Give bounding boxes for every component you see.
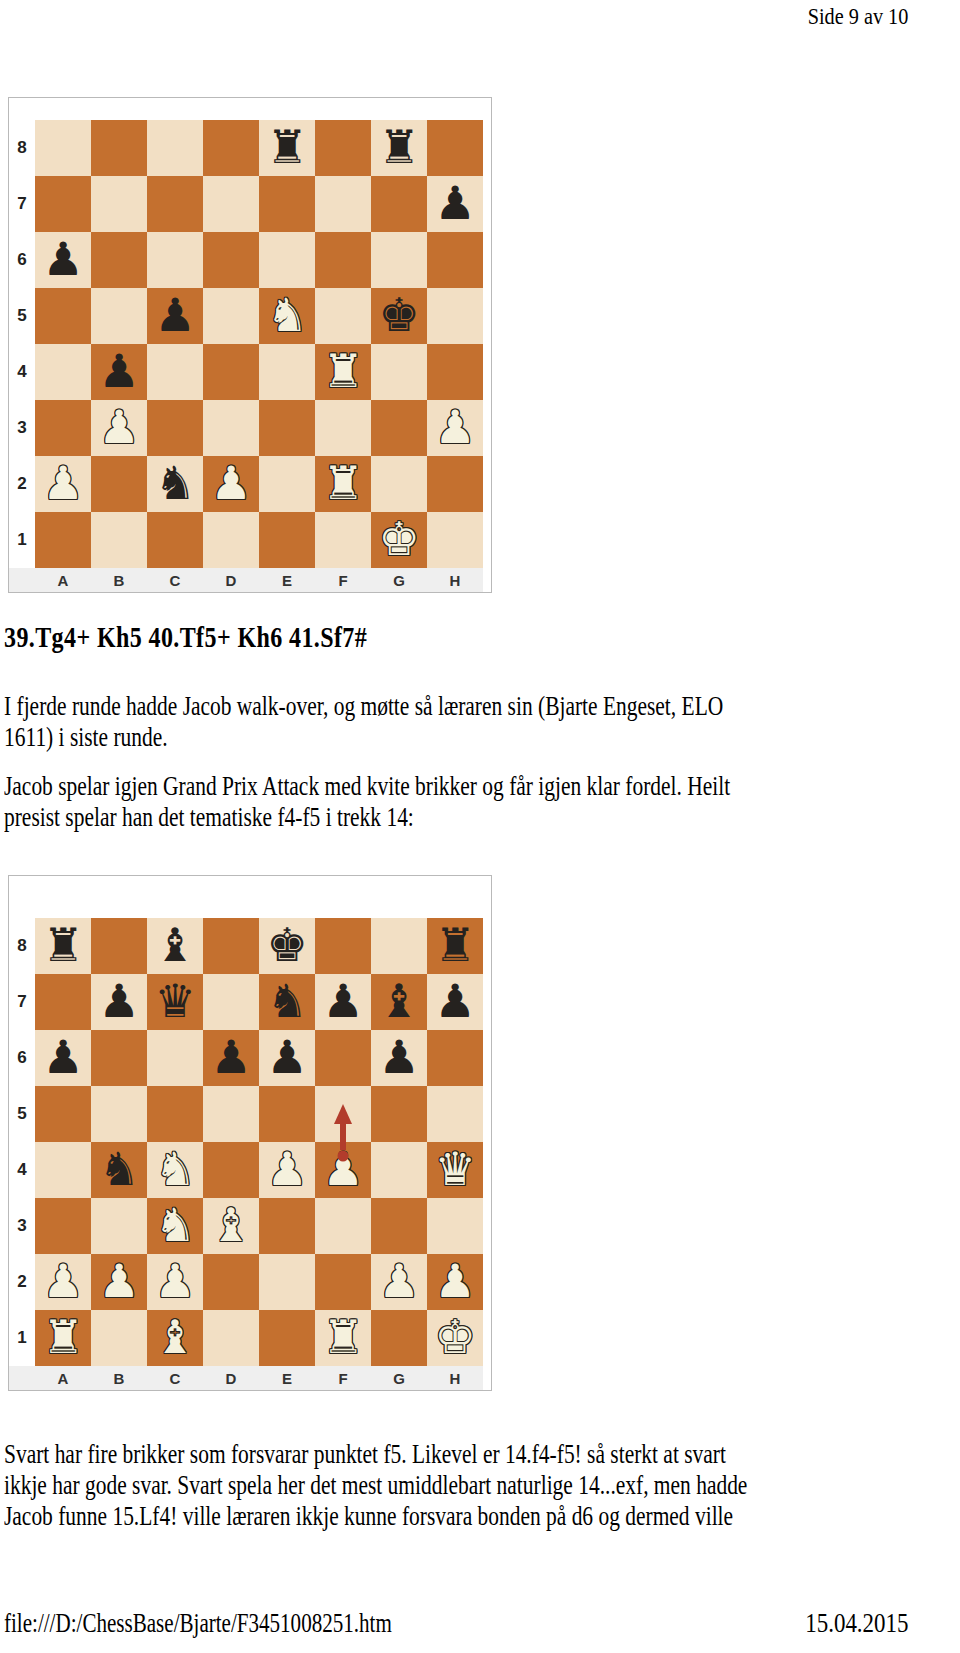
square-b2: [91, 456, 147, 512]
square-h3: ♟: [427, 400, 483, 456]
square-c1: ♝: [147, 1310, 203, 1366]
square-b2: ♟: [91, 1254, 147, 1310]
square-d1: [203, 512, 259, 568]
square-b5: [91, 1086, 147, 1142]
piece-black-queen-c7: ♛: [147, 974, 203, 1030]
file-label-E: E: [259, 1366, 315, 1390]
square-f3: [315, 400, 371, 456]
square-f2: [315, 1254, 371, 1310]
piece-black-pawn-g6: ♟: [371, 1030, 427, 1086]
square-b8: [91, 918, 147, 974]
piece-white-pawn-c2: ♟: [147, 1254, 203, 1310]
file-label-D: D: [203, 568, 259, 592]
square-g7: [371, 176, 427, 232]
square-g4: [371, 344, 427, 400]
square-c4: [147, 344, 203, 400]
square-d2: ♟: [203, 456, 259, 512]
square-d5: [203, 288, 259, 344]
rank-label-7: 7: [9, 176, 35, 232]
square-g6: [371, 232, 427, 288]
square-a4: [35, 344, 91, 400]
square-h7: ♟: [427, 974, 483, 1030]
square-e5: ♞: [259, 288, 315, 344]
piece-white-knight-c4: ♞: [147, 1142, 203, 1198]
square-h2: [427, 456, 483, 512]
square-h2: ♟: [427, 1254, 483, 1310]
piece-black-pawn-b4: ♟: [91, 344, 147, 400]
square-f5: [315, 1086, 371, 1142]
square-b7: ♟: [91, 974, 147, 1030]
file-label-B: B: [91, 568, 147, 592]
square-b6: [91, 1030, 147, 1086]
square-c1: [147, 512, 203, 568]
square-h8: [427, 120, 483, 176]
square-g1: ♚: [371, 512, 427, 568]
square-b1: [91, 1310, 147, 1366]
piece-white-bishop-c1: ♝: [147, 1310, 203, 1366]
square-g5: ♚: [371, 288, 427, 344]
square-a7: [35, 176, 91, 232]
piece-white-pawn-f4: ♟: [315, 1142, 371, 1198]
piece-black-rook-a8: ♜: [35, 918, 91, 974]
square-a8: [35, 120, 91, 176]
square-f1: [315, 512, 371, 568]
piece-white-rook-a1: ♜: [35, 1310, 91, 1366]
square-a1: ♜: [35, 1310, 91, 1366]
square-c2: ♞: [147, 456, 203, 512]
square-g1: [371, 1310, 427, 1366]
text-line: Svart har fire brikker som forsvarar pun…: [4, 1438, 747, 1469]
rank-label-3: 3: [9, 400, 35, 456]
square-h4: [427, 344, 483, 400]
square-a6: ♟: [35, 232, 91, 288]
square-f1: ♜: [315, 1310, 371, 1366]
square-g8: ♜: [371, 120, 427, 176]
piece-white-pawn-h3: ♟: [427, 400, 483, 456]
square-g8: [371, 918, 427, 974]
square-g2: [371, 456, 427, 512]
rank-label-8: 8: [9, 918, 35, 974]
square-b4: ♞: [91, 1142, 147, 1198]
square-d7: [203, 176, 259, 232]
rank-label-1: 1: [9, 1310, 35, 1366]
square-e4: [259, 344, 315, 400]
rank-label-5: 5: [9, 1086, 35, 1142]
text-line: Jacob funne 15.Lf4! ville læraren ikkje …: [4, 1500, 747, 1531]
piece-white-knight-c3: ♞: [147, 1198, 203, 1254]
square-f5: [315, 288, 371, 344]
piece-black-pawn-a6: ♟: [35, 232, 91, 288]
square-e6: [259, 232, 315, 288]
square-e8: ♚: [259, 918, 315, 974]
square-b6: [91, 232, 147, 288]
piece-white-pawn-h2: ♟: [427, 1254, 483, 1310]
move-sequence: 39.Tg4+ Kh5 40.Tf5+ Kh6 41.Sf7#: [4, 620, 367, 654]
square-e7: ♞: [259, 974, 315, 1030]
square-b5: [91, 288, 147, 344]
square-h8: ♜: [427, 918, 483, 974]
piece-white-rook-f2: ♜: [315, 456, 371, 512]
file-label-A: A: [35, 568, 91, 592]
piece-black-king-g5: ♚: [371, 288, 427, 344]
piece-black-bishop-g7: ♝: [371, 974, 427, 1030]
piece-white-pawn-g2: ♟: [371, 1254, 427, 1310]
piece-white-rook-f4: ♜: [315, 344, 371, 400]
square-g4: [371, 1142, 427, 1198]
rank-label-7: 7: [9, 974, 35, 1030]
file-label-F: F: [315, 568, 371, 592]
chess-board-2: 8♜♝♚♜7♟♛♞♟♝♟6♟♟♟♟54♞♞♟♟♛3♞♝2♟♟♟♟♟1♜♝♜♚AB…: [9, 918, 483, 1390]
square-c7: [147, 176, 203, 232]
square-e1: [259, 512, 315, 568]
square-f8: [315, 120, 371, 176]
file-path: file:///D:/ChessBase/Bjarte/F3451008251.…: [4, 1608, 392, 1639]
piece-white-pawn-b3: ♟: [91, 400, 147, 456]
chess-board-1: 8♜♜7♟6♟5♟♞♚4♟♜3♟♟2♟♞♟♜1♚ABCDEFGH: [9, 120, 483, 592]
square-c6: [147, 1030, 203, 1086]
file-label-C: C: [147, 568, 203, 592]
chess-diagram-1: 8♜♜7♟6♟5♟♞♚4♟♜3♟♟2♟♞♟♜1♚ABCDEFGH: [8, 97, 492, 593]
square-h6: [427, 232, 483, 288]
piece-white-pawn-d2: ♟: [203, 456, 259, 512]
board-corner: [9, 568, 35, 592]
square-d7: [203, 974, 259, 1030]
square-f4: ♜: [315, 344, 371, 400]
piece-black-rook-g8: ♜: [371, 120, 427, 176]
square-d2: [203, 1254, 259, 1310]
file-label-H: H: [427, 1366, 483, 1390]
square-h4: ♛: [427, 1142, 483, 1198]
square-c2: ♟: [147, 1254, 203, 1310]
file-label-D: D: [203, 1366, 259, 1390]
square-b1: [91, 512, 147, 568]
rank-label-5: 5: [9, 288, 35, 344]
file-label-A: A: [35, 1366, 91, 1390]
square-c8: ♝: [147, 918, 203, 974]
square-a6: ♟: [35, 1030, 91, 1086]
square-f3: [315, 1198, 371, 1254]
file-label-G: G: [371, 568, 427, 592]
square-d4: [203, 1142, 259, 1198]
paragraph-3: Svart har fire brikker som forsvarar pun…: [4, 1438, 747, 1531]
square-b3: ♟: [91, 400, 147, 456]
square-h1: ♚: [427, 1310, 483, 1366]
square-c8: [147, 120, 203, 176]
square-f6: [315, 232, 371, 288]
square-h1: [427, 512, 483, 568]
square-g5: [371, 1086, 427, 1142]
piece-white-queen-h4: ♛: [427, 1142, 483, 1198]
square-e3: [259, 400, 315, 456]
piece-black-pawn-b7: ♟: [91, 974, 147, 1030]
rank-label-1: 1: [9, 512, 35, 568]
square-g3: [371, 400, 427, 456]
piece-black-bishop-c8: ♝: [147, 918, 203, 974]
square-c6: [147, 232, 203, 288]
square-e6: ♟: [259, 1030, 315, 1086]
piece-white-knight-e5: ♞: [259, 288, 315, 344]
square-a5: [35, 1086, 91, 1142]
date: 15.04.2015: [805, 1608, 908, 1639]
square-e2: [259, 456, 315, 512]
square-f4: ♟: [315, 1142, 371, 1198]
board-corner: [9, 1366, 35, 1390]
square-a2: ♟: [35, 456, 91, 512]
square-d6: [203, 232, 259, 288]
square-f7: ♟: [315, 974, 371, 1030]
piece-black-pawn-f7: ♟: [315, 974, 371, 1030]
rank-label-6: 6: [9, 232, 35, 288]
page-number: Side 9 av 10: [807, 4, 908, 30]
file-label-F: F: [315, 1366, 371, 1390]
square-g3: [371, 1198, 427, 1254]
square-f8: [315, 918, 371, 974]
rank-label-2: 2: [9, 456, 35, 512]
square-f6: [315, 1030, 371, 1086]
rank-label-4: 4: [9, 344, 35, 400]
square-e1: [259, 1310, 315, 1366]
square-d6: ♟: [203, 1030, 259, 1086]
piece-white-king-h1: ♚: [427, 1310, 483, 1366]
square-b8: [91, 120, 147, 176]
square-a3: [35, 1198, 91, 1254]
square-e2: [259, 1254, 315, 1310]
piece-black-king-e8: ♚: [259, 918, 315, 974]
square-h5: [427, 288, 483, 344]
square-a5: [35, 288, 91, 344]
square-c5: ♟: [147, 288, 203, 344]
square-h7: ♟: [427, 176, 483, 232]
rank-label-4: 4: [9, 1142, 35, 1198]
rank-label-8: 8: [9, 120, 35, 176]
square-d4: [203, 344, 259, 400]
piece-black-pawn-d6: ♟: [203, 1030, 259, 1086]
text-line: ikkje har gode svar. Svart spela her det…: [4, 1469, 747, 1500]
square-c3: ♞: [147, 1198, 203, 1254]
piece-black-pawn-h7: ♟: [427, 176, 483, 232]
square-a3: [35, 400, 91, 456]
text-line: presist spelar han det tematiske f4-f5 i…: [4, 801, 730, 832]
square-e8: ♜: [259, 120, 315, 176]
square-g2: ♟: [371, 1254, 427, 1310]
rank-label-3: 3: [9, 1198, 35, 1254]
square-h5: [427, 1086, 483, 1142]
square-c5: [147, 1086, 203, 1142]
file-label-E: E: [259, 568, 315, 592]
text-line: 1611) i siste runde.: [4, 721, 723, 752]
file-label-B: B: [91, 1366, 147, 1390]
piece-white-bishop-d3: ♝: [203, 1198, 259, 1254]
square-b4: ♟: [91, 344, 147, 400]
square-a8: ♜: [35, 918, 91, 974]
piece-black-pawn-e6: ♟: [259, 1030, 315, 1086]
paragraph-2: Jacob spelar igjen Grand Prix Attack med…: [4, 770, 730, 832]
piece-black-pawn-h7: ♟: [427, 974, 483, 1030]
piece-black-knight-e7: ♞: [259, 974, 315, 1030]
square-a4: [35, 1142, 91, 1198]
piece-white-pawn-e4: ♟: [259, 1142, 315, 1198]
square-e4: ♟: [259, 1142, 315, 1198]
square-a7: [35, 974, 91, 1030]
square-g6: ♟: [371, 1030, 427, 1086]
square-e3: [259, 1198, 315, 1254]
piece-black-knight-c2: ♞: [147, 456, 203, 512]
text-line: Jacob spelar igjen Grand Prix Attack med…: [4, 770, 730, 801]
chess-diagram-2: 8♜♝♚♜7♟♛♞♟♝♟6♟♟♟♟54♞♞♟♟♛3♞♝2♟♟♟♟♟1♜♝♜♚AB…: [8, 875, 492, 1391]
piece-white-pawn-a2: ♟: [35, 1254, 91, 1310]
square-d5: [203, 1086, 259, 1142]
square-d3: ♝: [203, 1198, 259, 1254]
square-e7: [259, 176, 315, 232]
file-label-C: C: [147, 1366, 203, 1390]
square-c3: [147, 400, 203, 456]
piece-black-pawn-a6: ♟: [35, 1030, 91, 1086]
square-h3: [427, 1198, 483, 1254]
piece-black-rook-e8: ♜: [259, 120, 315, 176]
piece-black-rook-h8: ♜: [427, 918, 483, 974]
square-a1: [35, 512, 91, 568]
paragraph-1: I fjerde runde hadde Jacob walk-over, og…: [4, 690, 723, 752]
rank-label-2: 2: [9, 1254, 35, 1310]
file-label-H: H: [427, 568, 483, 592]
square-a2: ♟: [35, 1254, 91, 1310]
square-d1: [203, 1310, 259, 1366]
square-g7: ♝: [371, 974, 427, 1030]
file-label-G: G: [371, 1366, 427, 1390]
square-d8: [203, 120, 259, 176]
rank-label-6: 6: [9, 1030, 35, 1086]
square-e5: [259, 1086, 315, 1142]
piece-black-pawn-c5: ♟: [147, 288, 203, 344]
square-d3: [203, 400, 259, 456]
square-b7: [91, 176, 147, 232]
square-h6: [427, 1030, 483, 1086]
piece-black-knight-b4: ♞: [91, 1142, 147, 1198]
square-b3: [91, 1198, 147, 1254]
piece-white-rook-f1: ♜: [315, 1310, 371, 1366]
square-d8: [203, 918, 259, 974]
piece-white-king-g1: ♚: [371, 512, 427, 568]
piece-white-pawn-a2: ♟: [35, 456, 91, 512]
square-f2: ♜: [315, 456, 371, 512]
square-c7: ♛: [147, 974, 203, 1030]
square-f7: [315, 176, 371, 232]
piece-white-pawn-b2: ♟: [91, 1254, 147, 1310]
text-line: I fjerde runde hadde Jacob walk-over, og…: [4, 690, 723, 721]
square-c4: ♞: [147, 1142, 203, 1198]
